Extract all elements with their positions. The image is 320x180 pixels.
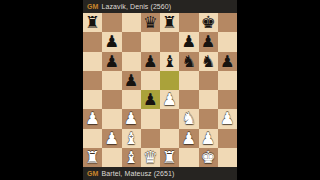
- square-f3[interactable]: ♞: [179, 109, 198, 128]
- white-queen-d1: ♛: [143, 147, 158, 166]
- square-b1[interactable]: [102, 148, 121, 167]
- square-d6[interactable]: ♟: [141, 52, 160, 71]
- square-h7[interactable]: [218, 32, 237, 51]
- square-c4[interactable]: [122, 90, 141, 109]
- square-b6[interactable]: ♟: [102, 52, 121, 71]
- square-h6[interactable]: ♟: [218, 52, 237, 71]
- square-a6[interactable]: [83, 52, 102, 71]
- square-c2[interactable]: ♝: [122, 129, 141, 148]
- square-f5[interactable]: [179, 71, 198, 90]
- top-player-name: Lazavik, Denis (2560): [101, 3, 171, 10]
- square-c3[interactable]: ♟: [122, 109, 141, 128]
- white-pawn-h3: ♟: [220, 109, 235, 128]
- square-e3[interactable]: [160, 109, 179, 128]
- black-king-g8: ♚: [201, 13, 216, 32]
- square-c8[interactable]: [122, 13, 141, 32]
- white-king-g1: ♚: [201, 147, 216, 166]
- square-a7[interactable]: [83, 32, 102, 51]
- square-e6[interactable]: ♝: [160, 52, 179, 71]
- white-pawn-c3: ♟: [124, 109, 139, 128]
- square-h1[interactable]: [218, 148, 237, 167]
- square-g2[interactable]: ♟: [199, 129, 218, 148]
- chess-board[interactable]: ♜♛♜♚♟♟♟♟♟♝♞♞♟♟♟♟♟♟♞♟♟♝♟♟♜♝♛♜♚: [83, 13, 237, 167]
- white-bishop-c1: ♝: [124, 147, 139, 166]
- square-d3[interactable]: [141, 109, 160, 128]
- black-pawn-f7: ♟: [181, 32, 196, 51]
- black-pawn-b7: ♟: [104, 32, 119, 51]
- black-bishop-e6: ♝: [162, 51, 177, 70]
- square-a3[interactable]: ♟: [83, 109, 102, 128]
- video-frame: GM Lazavik, Denis (2560) ♜♛♜♚♟♟♟♟♟♝♞♞♟♟♟…: [83, 0, 237, 180]
- square-e4[interactable]: ♟: [160, 90, 179, 109]
- white-rook-e1: ♜: [162, 147, 177, 166]
- square-b3[interactable]: [102, 109, 121, 128]
- square-e1[interactable]: ♜: [160, 148, 179, 167]
- square-b8[interactable]: [102, 13, 121, 32]
- square-b5[interactable]: [102, 71, 121, 90]
- square-e7[interactable]: [160, 32, 179, 51]
- square-a5[interactable]: [83, 71, 102, 90]
- square-a8[interactable]: ♜: [83, 13, 102, 32]
- square-e5[interactable]: [160, 71, 179, 90]
- black-pawn-d4: ♟: [143, 90, 158, 109]
- square-c5[interactable]: ♟: [122, 71, 141, 90]
- bottom-player-bar: GM Bartel, Mateusz (2651): [83, 167, 237, 180]
- square-g4[interactable]: [199, 90, 218, 109]
- square-f8[interactable]: [179, 13, 198, 32]
- top-player-bar: GM Lazavik, Denis (2560): [83, 0, 237, 13]
- black-queen-d8: ♛: [143, 13, 158, 32]
- square-d7[interactable]: [141, 32, 160, 51]
- square-f6[interactable]: ♞: [179, 52, 198, 71]
- square-g6[interactable]: ♞: [199, 52, 218, 71]
- white-bishop-c2: ♝: [124, 128, 139, 147]
- square-e8[interactable]: ♜: [160, 13, 179, 32]
- white-pawn-b2: ♟: [104, 128, 119, 147]
- square-g8[interactable]: ♚: [199, 13, 218, 32]
- square-b4[interactable]: [102, 90, 121, 109]
- square-d4[interactable]: ♟: [141, 90, 160, 109]
- black-knight-f6: ♞: [181, 51, 196, 70]
- square-g3[interactable]: [199, 109, 218, 128]
- square-g5[interactable]: [199, 71, 218, 90]
- white-pawn-e4: ♟: [162, 90, 177, 109]
- square-d1[interactable]: ♛: [141, 148, 160, 167]
- square-d5[interactable]: [141, 71, 160, 90]
- white-knight-f3: ♞: [181, 109, 196, 128]
- square-f7[interactable]: ♟: [179, 32, 198, 51]
- square-b2[interactable]: ♟: [102, 129, 121, 148]
- square-a2[interactable]: [83, 129, 102, 148]
- black-rook-a8: ♜: [85, 13, 100, 32]
- black-pawn-c5: ♟: [124, 70, 139, 89]
- top-player-title: GM: [87, 3, 98, 10]
- square-h4[interactable]: [218, 90, 237, 109]
- square-c6[interactable]: [122, 52, 141, 71]
- square-f2[interactable]: ♟: [179, 129, 198, 148]
- square-h8[interactable]: [218, 13, 237, 32]
- black-pawn-b6: ♟: [104, 51, 119, 70]
- square-f1[interactable]: [179, 148, 198, 167]
- square-h5[interactable]: [218, 71, 237, 90]
- square-g7[interactable]: ♟: [199, 32, 218, 51]
- square-g1[interactable]: ♚: [199, 148, 218, 167]
- square-e2[interactable]: [160, 129, 179, 148]
- black-knight-g6: ♞: [201, 51, 216, 70]
- square-c1[interactable]: ♝: [122, 148, 141, 167]
- black-pawn-g7: ♟: [201, 32, 216, 51]
- white-pawn-f2: ♟: [181, 128, 196, 147]
- square-f4[interactable]: [179, 90, 198, 109]
- black-pawn-d6: ♟: [143, 51, 158, 70]
- white-pawn-a3: ♟: [85, 109, 100, 128]
- square-h3[interactable]: ♟: [218, 109, 237, 128]
- square-b7[interactable]: ♟: [102, 32, 121, 51]
- white-rook-a1: ♜: [85, 147, 100, 166]
- bottom-player-name: Bartel, Mateusz (2651): [101, 170, 174, 177]
- square-a4[interactable]: [83, 90, 102, 109]
- square-d8[interactable]: ♛: [141, 13, 160, 32]
- black-rook-e8: ♜: [162, 13, 177, 32]
- square-c7[interactable]: [122, 32, 141, 51]
- square-d2[interactable]: [141, 129, 160, 148]
- square-a1[interactable]: ♜: [83, 148, 102, 167]
- black-pawn-h6: ♟: [220, 51, 235, 70]
- square-h2[interactable]: [218, 129, 237, 148]
- white-pawn-g2: ♟: [201, 128, 216, 147]
- bottom-player-title: GM: [87, 170, 98, 177]
